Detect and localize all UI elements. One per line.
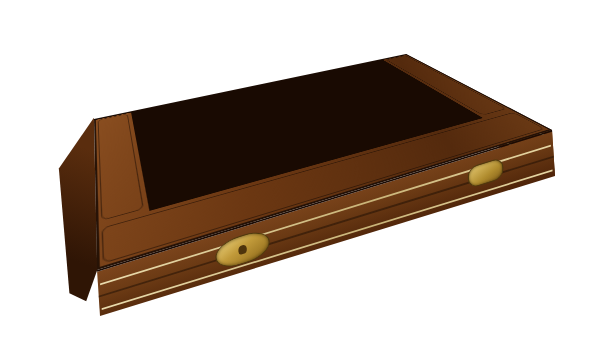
brass-hinge-plate — [467, 157, 504, 189]
chess-box-photo — [0, 0, 600, 360]
